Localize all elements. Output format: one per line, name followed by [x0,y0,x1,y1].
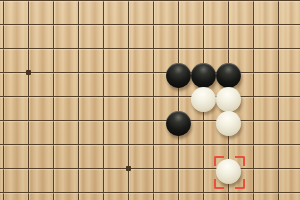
marker-corner-tr [235,156,245,166]
grid-line-horizontal [0,120,300,121]
grid-line-horizontal [0,72,300,73]
grid-line-vertical [78,0,79,200]
white-stone [191,87,216,112]
grid-line-horizontal [0,96,300,97]
grid-line-vertical [278,0,279,200]
grid-line-vertical [153,0,154,200]
marker-corner-tl [214,156,224,166]
grid-line-vertical [3,0,4,200]
marker-corner-br [235,179,245,189]
black-stone [191,63,216,88]
black-stone [166,63,191,88]
grid-line-horizontal [0,192,300,193]
grid-line-vertical [53,0,54,200]
black-stone [166,111,191,136]
grid-line-horizontal [0,24,300,25]
gomoku-app-window [0,0,300,200]
grid-line-horizontal [0,0,300,1]
white-stone [216,87,241,112]
grid-line-vertical [103,0,104,200]
black-stone [216,63,241,88]
marker-corner-bl [214,179,224,189]
grid-line-vertical [28,0,29,200]
grid-line-horizontal [0,168,300,169]
star-point [126,166,131,171]
gomoku-board[interactable] [0,0,300,200]
grid-line-vertical [253,0,254,200]
star-point [26,70,31,75]
grid-line-horizontal [0,144,300,145]
grid-line-vertical [178,0,179,200]
grid-line-horizontal [0,48,300,49]
last-move-marker [214,156,245,189]
white-stone [216,111,241,136]
